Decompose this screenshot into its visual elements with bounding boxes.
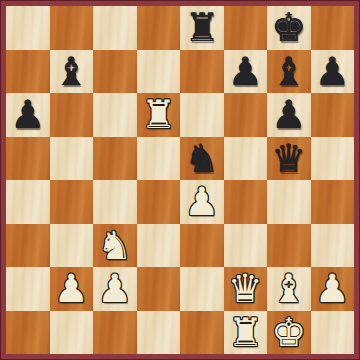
square-a5[interactable] — [6, 137, 50, 181]
square-d5[interactable] — [137, 137, 181, 181]
square-h2[interactable]: ♟ — [311, 267, 355, 311]
square-e8[interactable]: ♜ — [180, 6, 224, 50]
square-h1[interactable] — [311, 311, 355, 355]
square-c7[interactable] — [93, 50, 137, 94]
square-c5[interactable] — [93, 137, 137, 181]
square-g3[interactable] — [267, 224, 311, 268]
piece-black-queen-g5[interactable]: ♛ — [271, 137, 306, 180]
square-h8[interactable] — [311, 6, 355, 50]
square-e1[interactable] — [180, 311, 224, 355]
square-h5[interactable] — [311, 137, 355, 181]
piece-black-rook-e8[interactable]: ♜ — [184, 6, 219, 49]
square-f7[interactable]: ♟ — [224, 50, 268, 94]
square-g8[interactable]: ♚ — [267, 6, 311, 50]
chess-board: ♜♚♝♟♝♟♟♜♟♞♛♟♞♟♟♛♝♟♜♚ — [6, 6, 354, 354]
square-c1[interactable] — [93, 311, 137, 355]
square-b1[interactable] — [50, 311, 94, 355]
square-e3[interactable] — [180, 224, 224, 268]
square-g2[interactable]: ♝ — [267, 267, 311, 311]
square-f2[interactable]: ♛ — [224, 267, 268, 311]
square-g4[interactable] — [267, 180, 311, 224]
piece-white-pawn-b2[interactable]: ♟ — [54, 267, 89, 310]
piece-black-pawn-f7[interactable]: ♟ — [228, 50, 263, 93]
square-b6[interactable] — [50, 93, 94, 137]
square-d4[interactable] — [137, 180, 181, 224]
square-c6[interactable] — [93, 93, 137, 137]
piece-white-queen-f2[interactable]: ♛ — [228, 267, 263, 310]
square-c4[interactable] — [93, 180, 137, 224]
piece-black-pawn-a6[interactable]: ♟ — [10, 93, 45, 136]
piece-white-king-g1[interactable]: ♚ — [271, 311, 306, 354]
square-d3[interactable] — [137, 224, 181, 268]
piece-black-bishop-b7[interactable]: ♝ — [54, 50, 89, 93]
square-a4[interactable] — [6, 180, 50, 224]
square-c2[interactable]: ♟ — [93, 267, 137, 311]
piece-white-pawn-h2[interactable]: ♟ — [315, 267, 350, 310]
piece-white-bishop-g2[interactable]: ♝ — [271, 267, 306, 310]
square-b2[interactable]: ♟ — [50, 267, 94, 311]
square-e5[interactable]: ♞ — [180, 137, 224, 181]
square-d1[interactable] — [137, 311, 181, 355]
square-b8[interactable] — [50, 6, 94, 50]
square-f6[interactable] — [224, 93, 268, 137]
square-b4[interactable] — [50, 180, 94, 224]
square-f3[interactable] — [224, 224, 268, 268]
square-h7[interactable]: ♟ — [311, 50, 355, 94]
square-b3[interactable] — [50, 224, 94, 268]
piece-black-pawn-h7[interactable]: ♟ — [315, 50, 350, 93]
square-e4[interactable]: ♟ — [180, 180, 224, 224]
piece-white-rook-f1[interactable]: ♜ — [228, 311, 263, 354]
square-h3[interactable] — [311, 224, 355, 268]
piece-white-rook-d6[interactable]: ♜ — [141, 93, 176, 136]
square-f8[interactable] — [224, 6, 268, 50]
square-a3[interactable] — [6, 224, 50, 268]
square-c3[interactable]: ♞ — [93, 224, 137, 268]
square-f4[interactable] — [224, 180, 268, 224]
piece-black-pawn-g6[interactable]: ♟ — [271, 93, 306, 136]
piece-black-king-g8[interactable]: ♚ — [271, 6, 306, 49]
piece-white-pawn-c2[interactable]: ♟ — [97, 267, 132, 310]
square-g1[interactable]: ♚ — [267, 311, 311, 355]
square-d2[interactable] — [137, 267, 181, 311]
square-d7[interactable] — [137, 50, 181, 94]
square-a7[interactable] — [6, 50, 50, 94]
square-h4[interactable] — [311, 180, 355, 224]
square-e7[interactable] — [180, 50, 224, 94]
chess-board-frame: ♜♚♝♟♝♟♟♜♟♞♛♟♞♟♟♛♝♟♜♚ — [0, 0, 360, 360]
square-a2[interactable] — [6, 267, 50, 311]
square-f5[interactable] — [224, 137, 268, 181]
piece-black-bishop-g7[interactable]: ♝ — [271, 50, 306, 93]
square-e2[interactable] — [180, 267, 224, 311]
square-g5[interactable]: ♛ — [267, 137, 311, 181]
square-g7[interactable]: ♝ — [267, 50, 311, 94]
square-g6[interactable]: ♟ — [267, 93, 311, 137]
square-c8[interactable] — [93, 6, 137, 50]
piece-white-knight-c3[interactable]: ♞ — [97, 224, 132, 267]
piece-white-pawn-e4[interactable]: ♟ — [184, 180, 219, 223]
piece-black-knight-e5[interactable]: ♞ — [184, 137, 219, 180]
square-e6[interactable] — [180, 93, 224, 137]
square-a1[interactable] — [6, 311, 50, 355]
square-d8[interactable] — [137, 6, 181, 50]
square-d6[interactable]: ♜ — [137, 93, 181, 137]
square-h6[interactable] — [311, 93, 355, 137]
square-b7[interactable]: ♝ — [50, 50, 94, 94]
square-a8[interactable] — [6, 6, 50, 50]
square-a6[interactable]: ♟ — [6, 93, 50, 137]
square-b5[interactable] — [50, 137, 94, 181]
square-f1[interactable]: ♜ — [224, 311, 268, 355]
